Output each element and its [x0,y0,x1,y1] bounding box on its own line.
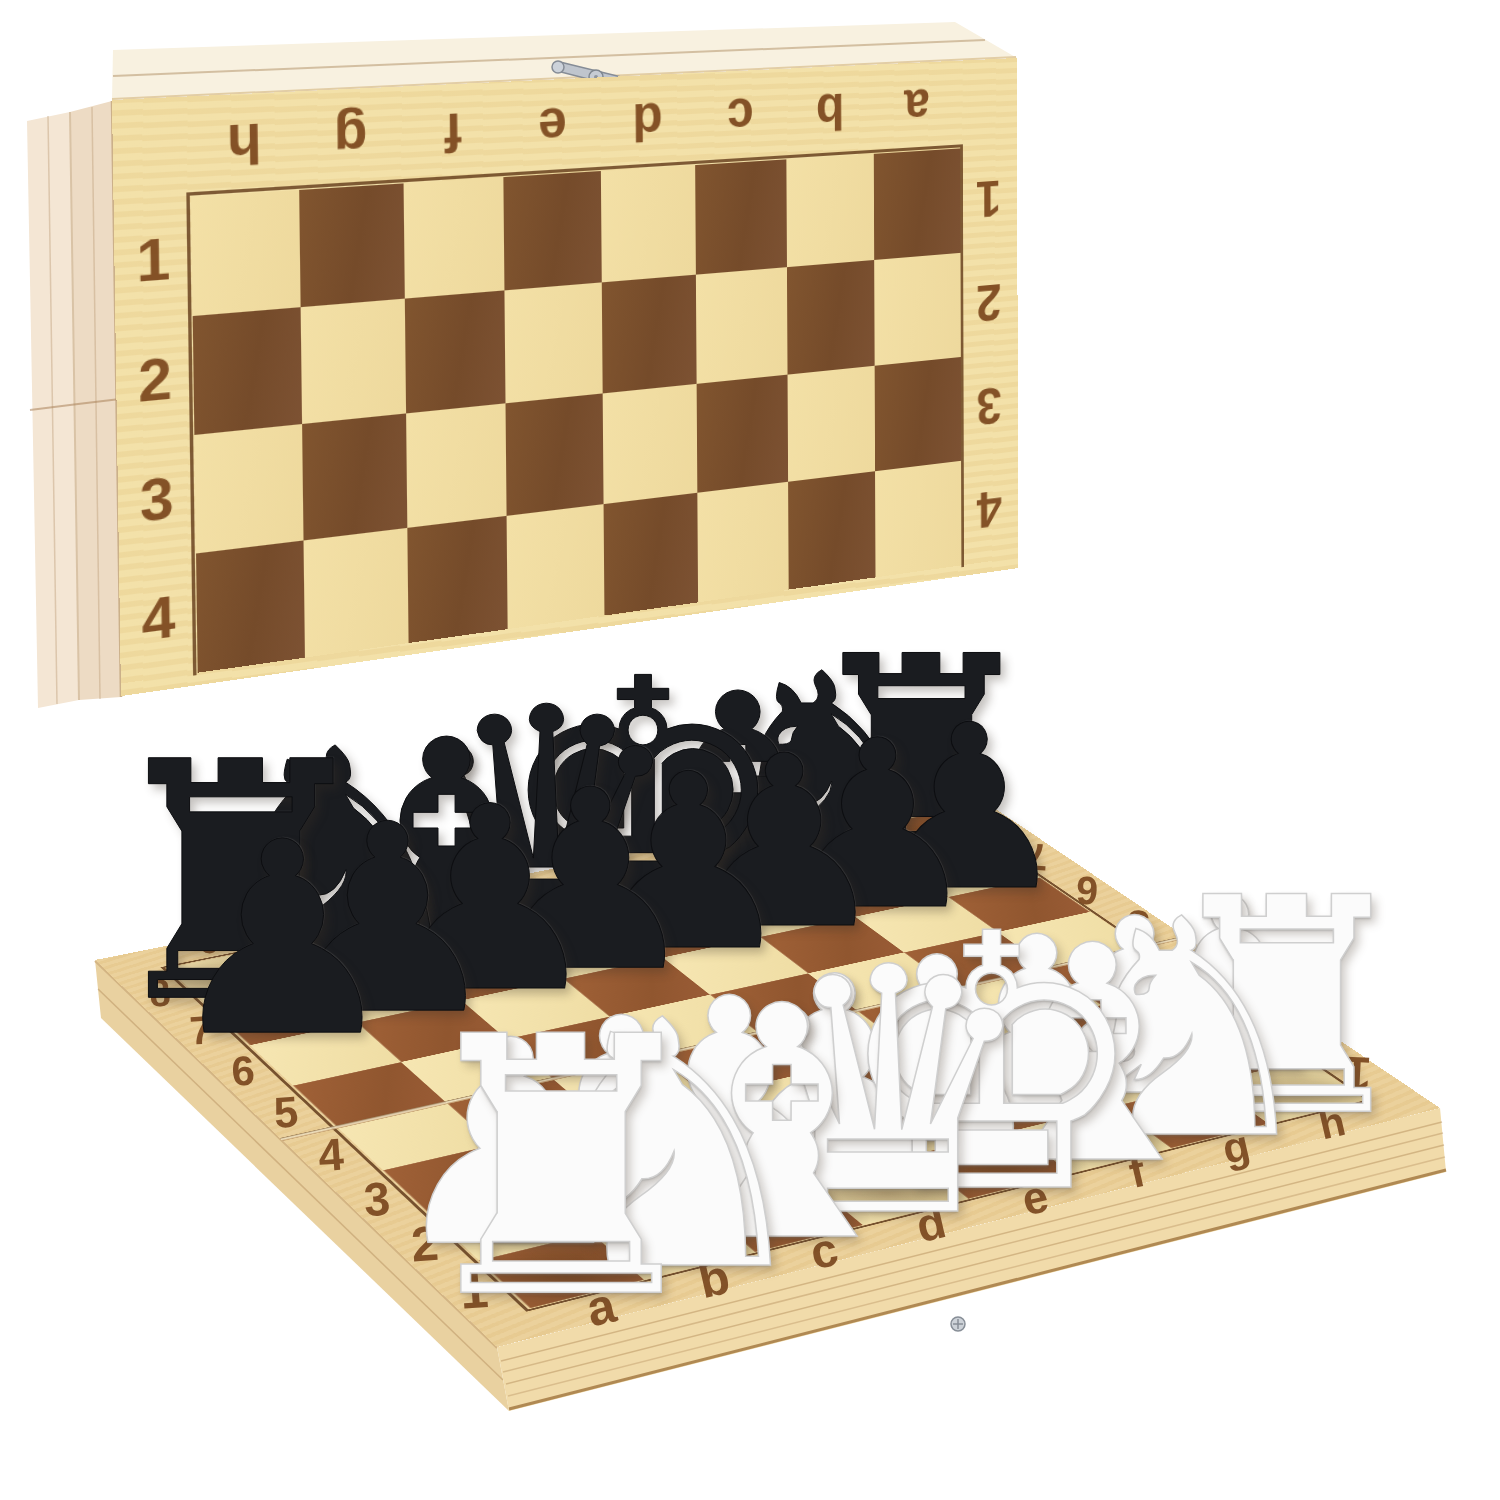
box-square-c4 [697,482,789,602]
box-square-f4 [407,516,509,643]
box-square-e3 [506,393,604,516]
box-square-f1 [403,177,505,299]
box-left-side-panel [27,101,121,708]
box-rank-label-right-4: 4 [977,482,1002,536]
box-square-h4 [196,540,305,672]
box-rank-label-right-1: 1 [976,172,1001,225]
box-square-h1 [191,190,301,317]
box-file-label-b: b [816,85,845,138]
piece-white-rook-a1: ♜ [383,991,739,1347]
box-square-c3 [696,375,788,494]
box-square-c2 [696,267,788,384]
box-square-g3 [302,413,408,541]
box-square-e1 [504,171,603,291]
chess-set-product-photo: hgfedcba12341234 8765432187654321abcdefg… [0,0,1500,1500]
box-square-d4 [604,493,699,615]
box-file-label-g: g [334,109,368,166]
box-file-label-d: d [633,94,664,148]
box-square-h2 [193,307,303,436]
box-square-b4 [788,471,877,589]
board-rank-label-left-5: 5 [273,1090,300,1135]
box-rank-label-left-3: 3 [139,467,174,530]
box-file-label-a: a [904,81,929,133]
box-file-label-e: e [538,99,567,154]
box-file-label-h: h [227,114,263,172]
box-square-f2 [404,290,506,414]
board-rank-label-left-4: 4 [317,1132,345,1179]
box-square-a3 [875,357,961,472]
box-square-d1 [601,165,696,283]
box-square-g4 [303,528,408,657]
box-square-b3 [787,366,876,483]
box-square-a1 [874,148,960,260]
box-rank-label-left-2: 2 [138,348,173,410]
box-square-b1 [786,154,875,268]
box-rank-label-right-3: 3 [976,379,1001,433]
box-rank-label-left-1: 1 [136,228,171,290]
box-square-c1 [695,159,787,275]
hinge-screw-icon [951,1317,965,1331]
box-square-a4 [875,461,961,577]
box-square-d2 [602,275,697,394]
box-square-d3 [603,384,698,505]
box-square-h3 [194,424,304,554]
box-file-label-c: c [727,90,754,143]
box-file-label-f: f [444,105,462,161]
box-rank-label-left-4: 4 [141,586,176,649]
box-square-a2 [874,253,960,366]
box-rank-label-right-2: 2 [976,276,1001,330]
box-square-b2 [786,260,875,375]
box-square-g2 [300,299,406,425]
box-square-e2 [505,282,604,404]
box-square-g1 [299,183,405,307]
box-square-f3 [406,403,508,528]
